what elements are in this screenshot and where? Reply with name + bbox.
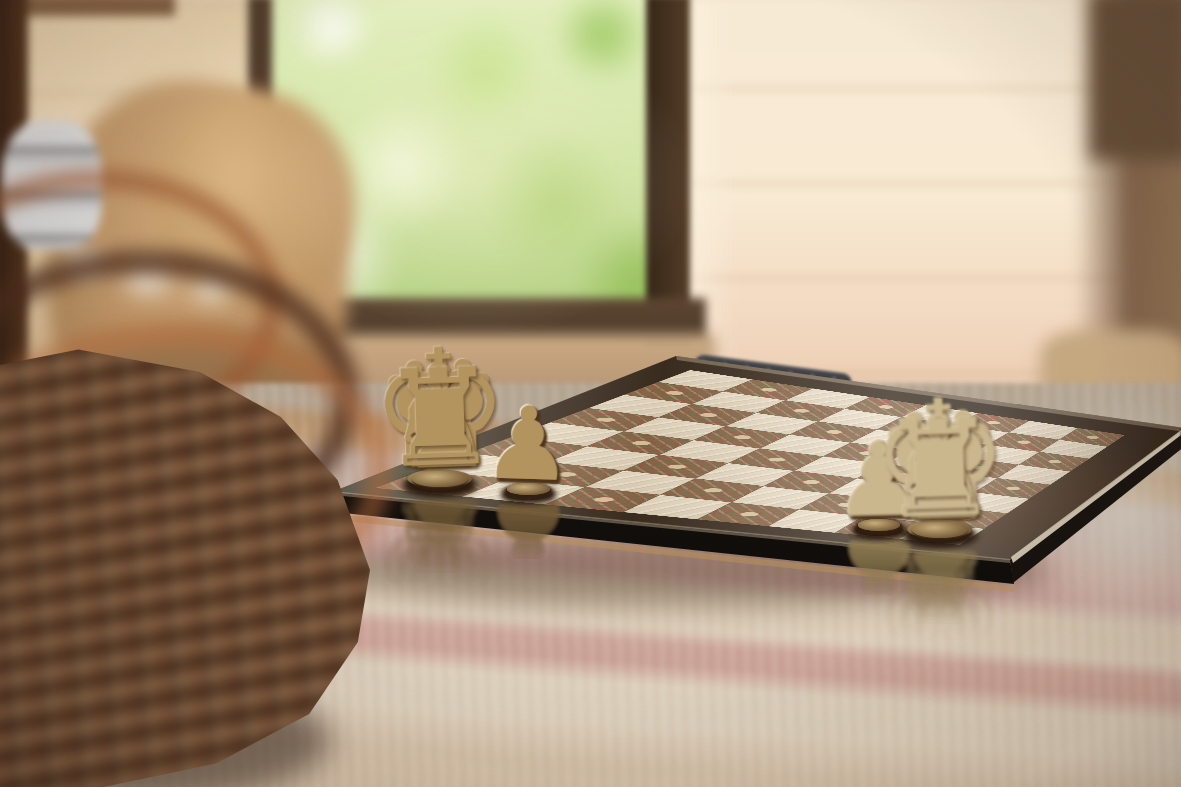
piece-white-pawn-a2: ♟ [482,393,575,496]
piece-black-rook-a8: ♜ [878,401,1002,538]
scene-chess-photo: ♜♜♞♞♝♝♛♛♚♚♝♝♞♞♜♜♟♟♟♟♟♟♟♟♟♟♟♟♟♟♟♟♟♟♟♟♟♟♟♟… [0,0,1181,787]
